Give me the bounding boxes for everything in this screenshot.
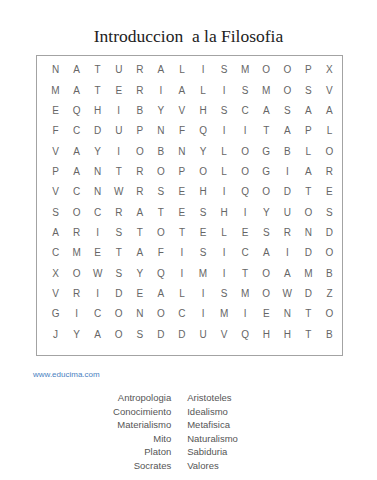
grid-cell[interactable]: S [214,284,235,304]
grid-cell[interactable]: Q [235,182,256,202]
grid-cell[interactable]: D [150,325,171,345]
grid-cell[interactable]: S [129,325,150,345]
grid-cell[interactable]: V [171,101,192,121]
word-list-left-column: AntropologiaConocimientoMaterialismoMito… [113,391,171,472]
grid-cell[interactable]: B [150,141,171,161]
grid-cell[interactable]: O [129,141,150,161]
grid-cell[interactable]: O [150,162,171,182]
grid-cell[interactable]: I [108,141,129,161]
grid-cell[interactable]: N [171,141,192,161]
grid-cell[interactable]: M [66,243,87,263]
grid-cell[interactable]: U [277,203,298,223]
grid-cell[interactable]: P [129,121,150,141]
grid-cell[interactable]: M [298,264,319,284]
grid-cell[interactable]: V [45,182,66,202]
grid-cell[interactable]: O [277,80,298,100]
grid-cell[interactable]: V [214,325,235,345]
grid-cell[interactable]: R [129,60,150,80]
grid-cell[interactable]: A [66,141,87,161]
worksheet-page: Introduccion a la Filosofia NATURALISMOO… [0,0,377,480]
grid-cell[interactable]: O [192,162,213,182]
grid-cell[interactable]: I [66,304,87,324]
grid-cell[interactable]: A [256,101,277,121]
grid-cell[interactable]: L [319,121,340,141]
grid-cell[interactable]: M [235,284,256,304]
grid-cell[interactable]: H [277,325,298,345]
grid-cell[interactable]: C [66,182,87,202]
grid-cell[interactable]: E [87,243,108,263]
grid-cell[interactable]: I [235,203,256,223]
grid-cell[interactable]: G [256,141,277,161]
grid-cell[interactable]: Z [319,284,340,304]
grid-cell[interactable]: O [256,264,277,284]
grid-cell[interactable]: T [298,325,319,345]
grid-cell[interactable]: D [171,325,192,345]
grid-cell[interactable]: V [45,141,66,161]
grid-cell[interactable]: S [235,80,256,100]
word-list-item: Mito [113,432,171,446]
grid-cell[interactable]: T [87,80,108,100]
grid-cell[interactable]: R [319,162,340,182]
grid-cell[interactable]: O [150,304,171,324]
grid-cell[interactable]: S [256,223,277,243]
grid-cell[interactable]: A [256,243,277,263]
grid-cell[interactable]: T [150,203,171,223]
grid-cell[interactable]: I [214,121,235,141]
grid-cell[interactable]: S [192,243,213,263]
grid-cell[interactable]: M [214,304,235,324]
grid-cell[interactable]: W [108,182,129,202]
grid-cell[interactable]: S [108,223,129,243]
grid-cell[interactable]: T [298,182,319,202]
grid-cell[interactable]: O [256,284,277,304]
grid-cell[interactable]: D [277,182,298,202]
grid-cell[interactable]: T [171,223,192,243]
grid-cell[interactable]: L [214,141,235,161]
grid-cell[interactable]: S [214,101,235,121]
grid-cell[interactable]: E [45,101,66,121]
grid-cell[interactable]: G [256,162,277,182]
grid-cell[interactable]: A [298,162,319,182]
grid-cell[interactable]: O [66,203,87,223]
grid-cell[interactable]: H [192,182,213,202]
grid-cell[interactable]: A [150,284,171,304]
grid-cell[interactable]: C [171,304,192,324]
word-list-right-column: AristotelesIdealismoMetafisicaNaturalism… [187,391,238,472]
grid-cell[interactable]: I [277,243,298,263]
grid-cell[interactable]: E [192,223,213,243]
grid-cell[interactable]: O [66,264,87,284]
grid-cell[interactable]: Y [256,203,277,223]
grid-cell[interactable]: I [87,284,108,304]
grid-cell[interactable]: R [108,203,129,223]
grid-cell[interactable]: N [277,304,298,324]
grid-cell[interactable]: Q [235,325,256,345]
grid-cell[interactable]: M [45,80,66,100]
grid-cell[interactable]: L [171,60,192,80]
grid-cell[interactable]: O [319,141,340,161]
grid-cell[interactable]: O [256,182,277,202]
grid-cell[interactable]: B [129,101,150,121]
grid-cell[interactable]: S [150,182,171,202]
grid-cell[interactable]: S [192,203,213,223]
grid-cell[interactable]: H [214,203,235,223]
word-list-item: Naturalismo [187,432,238,446]
grid-cell[interactable]: L [298,141,319,161]
grid-cell[interactable]: B [319,325,340,345]
word-list-item: Valores [187,459,238,473]
grid-cell[interactable]: Q [66,101,87,121]
grid-cell[interactable]: S [214,60,235,80]
grid-cell[interactable]: E [108,80,129,100]
grid-cell[interactable]: A [129,203,150,223]
grid-cell[interactable]: D [87,121,108,141]
grid-cell[interactable]: S [108,264,129,284]
grid-cell[interactable]: A [45,223,66,243]
grid-cell[interactable]: T [108,243,129,263]
grid-cell[interactable]: S [277,101,298,121]
grid-cell[interactable]: Q [150,264,171,284]
grid-cell[interactable]: S [319,203,340,223]
grid-cell[interactable]: O [108,325,129,345]
grid-cell[interactable]: O [298,203,319,223]
grid-cell[interactable]: W [277,284,298,304]
word-list: AntropologiaConocimientoMaterialismoMito… [0,391,364,472]
grid-cell[interactable]: U [108,121,129,141]
grid-cell[interactable]: H [87,101,108,121]
word-list-item: Metafisica [187,418,238,432]
word-list-item: Idealismo [187,405,238,419]
word-list-item: Platon [113,445,171,459]
grid-cell[interactable]: S [45,203,66,223]
grid-cell[interactable]: A [298,101,319,121]
grid-cell[interactable]: I [214,243,235,263]
grid-cell[interactable]: B [277,141,298,161]
word-list-item: Materialismo [113,418,171,432]
grid-cell[interactable]: I [214,182,235,202]
grid-cell[interactable]: E [171,203,192,223]
grid-cell[interactable]: A [87,325,108,345]
wordsearch-board: NATURALISMOOPXMATERIALISMOSVEQHIBYVHSCAS… [36,55,343,356]
grid-cell[interactable]: O [108,304,129,324]
grid-cell[interactable]: E [256,304,277,324]
grid-cell[interactable]: I [235,304,256,324]
grid-cell[interactable]: M [235,60,256,80]
grid-cell[interactable]: Y [150,101,171,121]
grid-cell[interactable]: V [319,80,340,100]
grid-cell[interactable]: T [87,60,108,80]
grid-cell[interactable]: Y [87,141,108,161]
grid-cell[interactable]: R [129,162,150,182]
grid-cell[interactable]: I [235,121,256,141]
grid-cell[interactable]: Y [66,325,87,345]
grid-cell[interactable]: N [45,60,66,80]
grid-cell[interactable]: A [277,121,298,141]
grid-cell[interactable]: L [214,223,235,243]
grid-cell[interactable]: E [129,284,150,304]
grid-cell[interactable]: P [298,60,319,80]
grid-cell[interactable]: A [277,264,298,284]
grid-cell[interactable]: R [129,80,150,100]
grid-cell[interactable]: I [214,264,235,284]
grid-cell[interactable]: O [235,162,256,182]
grid-cell[interactable]: H [192,101,213,121]
grid-cell[interactable]: I [277,162,298,182]
grid-cell[interactable]: T [256,121,277,141]
grid-cell[interactable]: I [150,80,171,100]
grid-cell[interactable]: T [298,304,319,324]
grid-cell[interactable]: U [192,325,213,345]
grid-cell[interactable]: I [171,264,192,284]
letter-grid: NATURALISMOOPXMATERIALISMOSVEQHIBYVHSCAS… [45,60,340,345]
grid-cell[interactable]: O [277,60,298,80]
grid-cell[interactable]: A [150,60,171,80]
grid-cell[interactable]: H [256,325,277,345]
grid-cell[interactable]: D [298,284,319,304]
grid-cell[interactable]: O [235,141,256,161]
educima-link[interactable]: www.educima.com [33,370,100,379]
word-list-item: Sabiduria [187,445,238,459]
grid-cell[interactable]: C [87,203,108,223]
grid-cell[interactable]: D [108,284,129,304]
grid-cell[interactable]: Q [192,121,213,141]
grid-cell[interactable]: E [319,182,340,202]
grid-cell[interactable]: O [150,223,171,243]
grid-cell[interactable]: R [277,223,298,243]
grid-cell[interactable]: A [171,80,192,100]
grid-cell[interactable]: N [87,182,108,202]
grid-cell[interactable]: I [192,60,213,80]
grid-cell[interactable]: X [45,264,66,284]
grid-cell[interactable]: A [319,101,340,121]
grid-cell[interactable]: R [66,223,87,243]
grid-cell[interactable]: J [45,325,66,345]
grid-cell[interactable]: N [129,304,150,324]
grid-cell[interactable]: P [298,121,319,141]
grid-cell[interactable]: I [214,80,235,100]
grid-cell[interactable]: N [298,223,319,243]
grid-cell[interactable]: F [45,121,66,141]
word-list-item: Socrates [113,459,171,473]
grid-cell[interactable]: S [298,80,319,100]
grid-cell[interactable]: N [87,162,108,182]
grid-cell[interactable]: M [192,264,213,284]
grid-cell[interactable]: A [129,243,150,263]
grid-cell[interactable]: C [87,304,108,324]
grid-cell[interactable]: A [66,162,87,182]
grid-cell[interactable]: D [298,243,319,263]
grid-cell[interactable]: I [87,223,108,243]
grid-cell[interactable]: I [192,284,213,304]
word-list-item: Conocimiento [113,405,171,419]
grid-cell[interactable]: O [256,60,277,80]
grid-cell[interactable]: F [150,243,171,263]
grid-cell[interactable]: T [108,162,129,182]
word-list-item: Aristoteles [187,391,238,405]
grid-cell[interactable]: N [150,121,171,141]
grid-cell[interactable]: X [319,60,340,80]
grid-cell[interactable]: I [108,101,129,121]
grid-cell[interactable]: D [319,223,340,243]
grid-cell[interactable]: W [87,264,108,284]
grid-cell[interactable]: A [66,60,87,80]
grid-cell[interactable]: R [129,182,150,202]
grid-cell[interactable]: B [319,264,340,284]
grid-cell[interactable]: G [45,304,66,324]
grid-cell[interactable]: U [108,60,129,80]
grid-cell[interactable]: O [319,243,340,263]
grid-cell[interactable]: I [171,243,192,263]
grid-cell[interactable]: L [214,162,235,182]
grid-cell[interactable]: C [45,243,66,263]
grid-cell[interactable]: T [235,264,256,284]
grid-cell[interactable]: R [66,284,87,304]
grid-cell[interactable]: T [129,223,150,243]
grid-cell[interactable]: V [45,284,66,304]
grid-cell[interactable]: F [171,121,192,141]
grid-cell[interactable]: L [192,80,213,100]
grid-cell[interactable]: C [235,243,256,263]
grid-cell[interactable]: C [66,121,87,141]
grid-cell[interactable]: C [235,101,256,121]
puzzle-title: Introduccion a la Filosofia [0,26,377,47]
grid-cell[interactable]: L [171,284,192,304]
grid-cell[interactable]: E [171,182,192,202]
grid-cell[interactable]: Y [129,264,150,284]
grid-cell[interactable]: M [256,80,277,100]
grid-cell[interactable]: P [45,162,66,182]
grid-cell[interactable]: P [171,162,192,182]
word-list-item: Antropologia [113,391,171,405]
grid-cell[interactable]: A [66,80,87,100]
grid-cell[interactable]: Y [192,141,213,161]
grid-cell[interactable]: O [319,304,340,324]
grid-cell[interactable]: I [192,304,213,324]
grid-cell[interactable]: E [235,223,256,243]
